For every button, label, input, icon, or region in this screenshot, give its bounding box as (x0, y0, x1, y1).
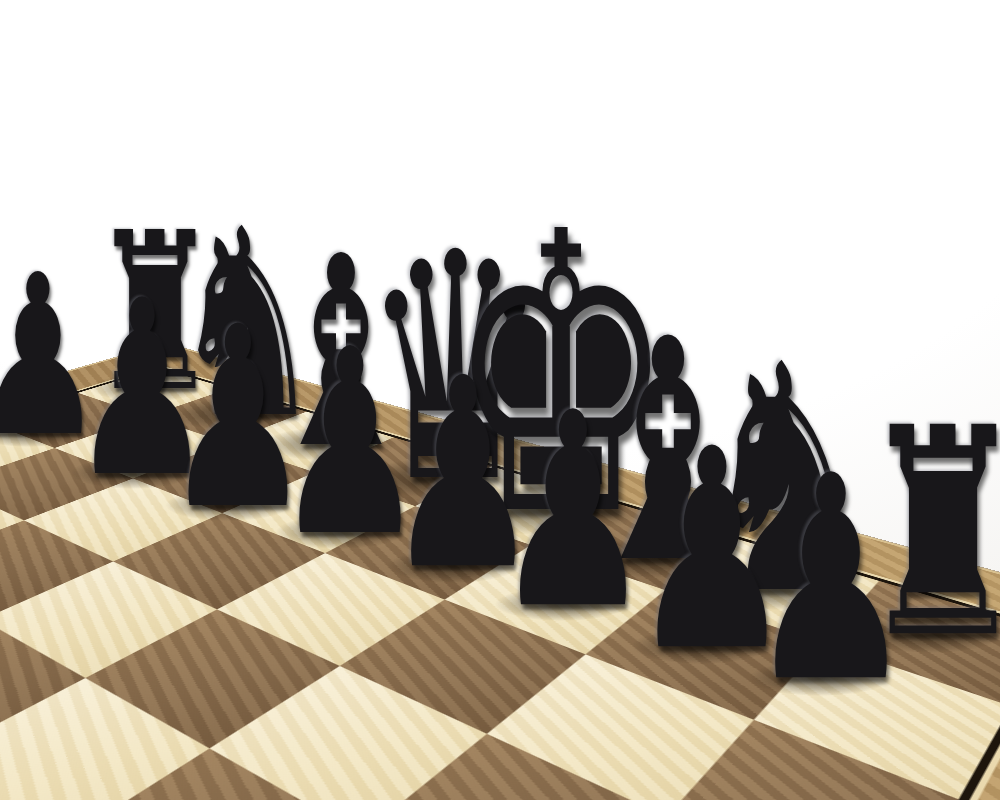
piece-black-pawn-h7[interactable]: ♟ (748, 439, 915, 721)
piece-black-pawn-f7[interactable]: ♟ (494, 377, 653, 645)
chess-set-photo: ♜♞♟♝♟♛♟♚♟♝♟♞♟♜♟♟ (0, 0, 1000, 800)
